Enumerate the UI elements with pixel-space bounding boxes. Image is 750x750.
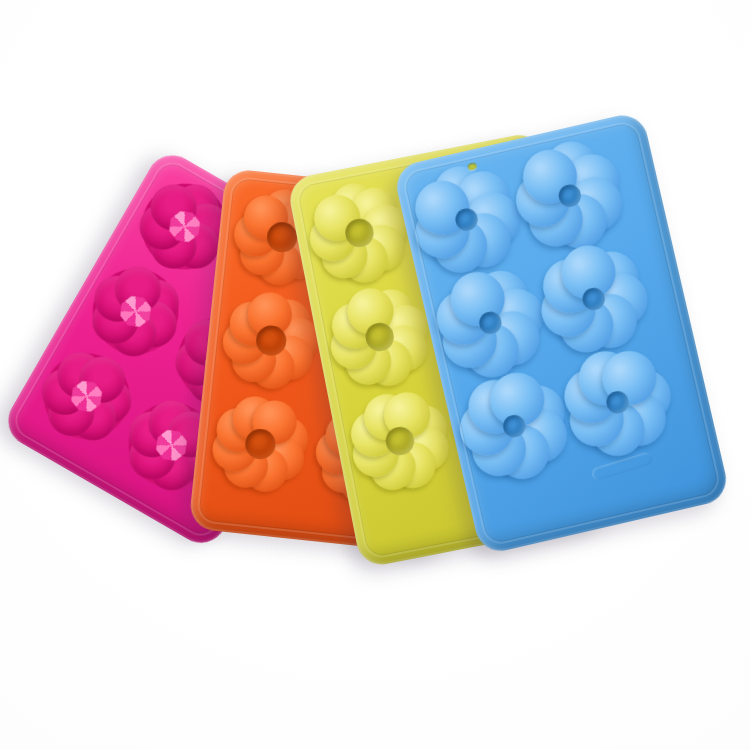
mold-cavity [410,163,523,276]
mold-cavity [458,370,571,483]
mold-cavity [209,392,312,495]
mold-cavity [434,266,547,379]
mold-cavity [513,139,626,252]
mold-cavity [344,385,457,498]
mold-cavity [537,243,650,356]
embossed-stamp [590,451,653,482]
mold-cavity [323,281,436,394]
mold-cavity [220,289,323,392]
mold-cavity [561,346,674,459]
product-photo-stage: Four 6-cavity flower-shaped silicone don… [0,0,750,750]
